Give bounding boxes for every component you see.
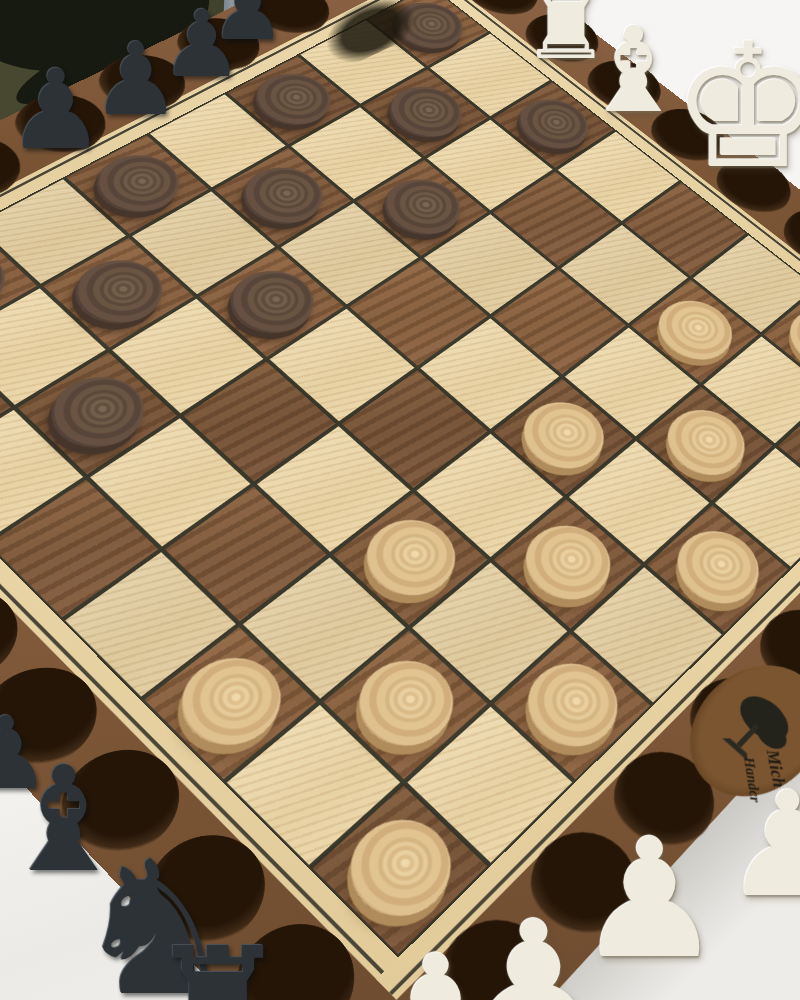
black-rook[interactable]: ♜ (146, 927, 289, 1000)
white-pawn[interactable]: ♟ (364, 934, 507, 1000)
black-pawn[interactable]: ♟ (210, 0, 285, 52)
white-pawn[interactable]: ♟ (723, 772, 800, 917)
white-king[interactable]: ♚ (671, 21, 800, 193)
photo-stage: MichHandcr ♟♟♟♟♜♝♚♟♝♞♜♟♟♟♟ (0, 0, 800, 1000)
